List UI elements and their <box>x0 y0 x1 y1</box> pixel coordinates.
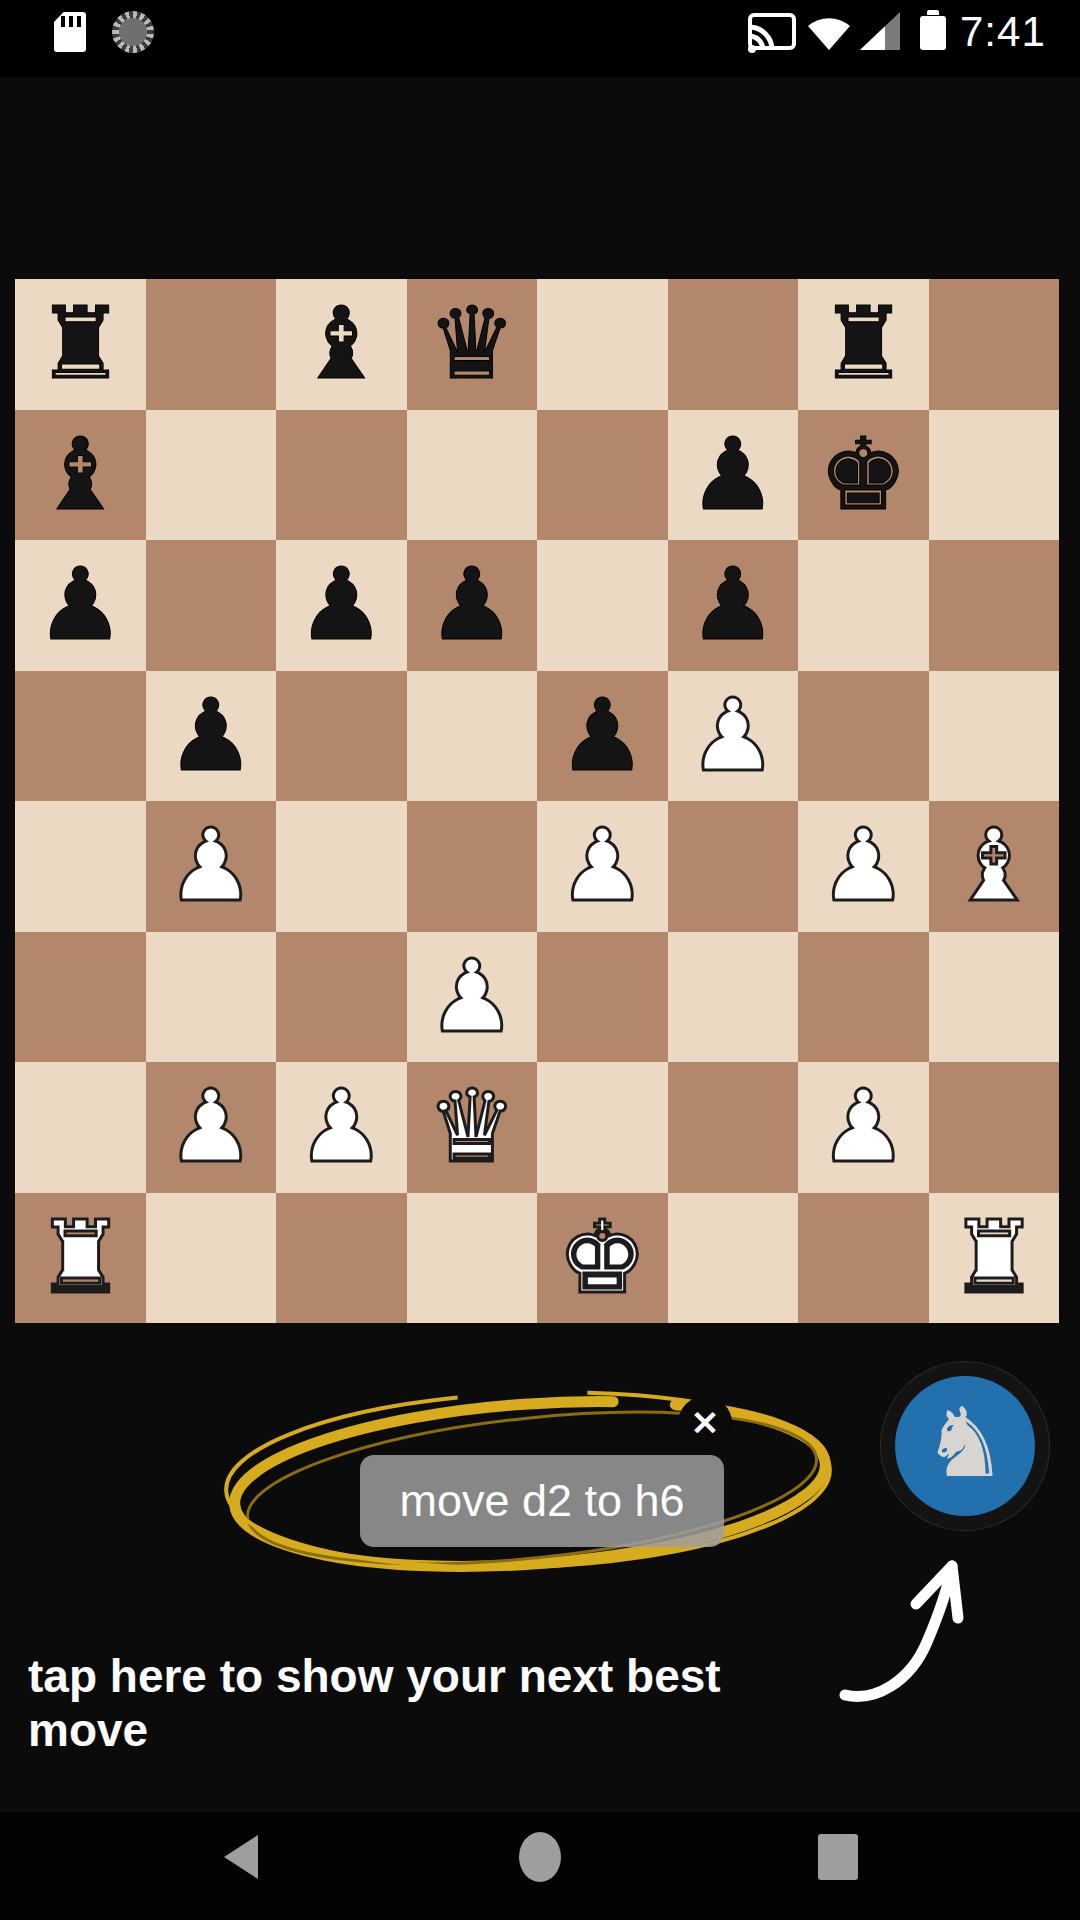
square-b7[interactable] <box>146 410 277 541</box>
black-queen: ♛ <box>427 294 517 394</box>
close-icon: ✕ <box>691 1406 720 1440</box>
white-pawn: ♟ <box>166 816 256 916</box>
square-b3[interactable] <box>146 932 277 1063</box>
square-d8[interactable]: ♛ <box>407 279 538 410</box>
square-f7[interactable]: ♟ <box>668 410 799 541</box>
status-bar: 7:41 <box>0 0 1080 77</box>
status-time: 7:41 <box>960 8 1070 56</box>
black-bishop: ♝ <box>296 294 386 394</box>
square-f5[interactable]: ♟ <box>668 671 799 802</box>
square-e3[interactable] <box>537 932 668 1063</box>
square-h5[interactable] <box>929 671 1060 802</box>
chess-board[interactable]: ♜♝♛♜♝♟♚♟♟♟♟♟♟♟♟♟♟♝♟♟♟♛♟♜♚♜ <box>15 279 1059 1323</box>
square-e5[interactable]: ♟ <box>537 671 668 802</box>
wifi-icon <box>806 14 852 52</box>
white-rook: ♜ <box>35 1208 125 1308</box>
square-b8[interactable] <box>146 279 277 410</box>
square-e4[interactable]: ♟ <box>537 801 668 932</box>
black-pawn: ♟ <box>557 686 647 786</box>
square-f2[interactable] <box>668 1062 799 1193</box>
square-e2[interactable] <box>537 1062 668 1193</box>
square-h1[interactable]: ♜ <box>929 1193 1060 1324</box>
square-g6[interactable] <box>798 540 929 671</box>
square-e1[interactable]: ♚ <box>537 1193 668 1324</box>
sync-spinner-icon <box>112 11 154 53</box>
white-pawn: ♟ <box>557 816 647 916</box>
hint-text: tap here to show your next best move <box>28 1649 848 1757</box>
square-d4[interactable] <box>407 801 538 932</box>
battery-icon <box>920 10 946 50</box>
white-pawn: ♟ <box>166 1077 256 1177</box>
black-pawn: ♟ <box>688 425 778 525</box>
square-d6[interactable]: ♟ <box>407 540 538 671</box>
square-e7[interactable] <box>537 410 668 541</box>
black-pawn: ♟ <box>35 555 125 655</box>
square-b6[interactable] <box>146 540 277 671</box>
move-hint-text: move d2 to h6 <box>399 1475 684 1527</box>
square-h2[interactable] <box>929 1062 1060 1193</box>
square-g4[interactable]: ♟ <box>798 801 929 932</box>
square-h6[interactable] <box>929 540 1060 671</box>
square-h7[interactable] <box>929 410 1060 541</box>
square-d2[interactable]: ♛ <box>407 1062 538 1193</box>
white-pawn: ♟ <box>818 816 908 916</box>
sd-card-icon <box>54 12 86 52</box>
square-c2[interactable]: ♟ <box>276 1062 407 1193</box>
square-a1[interactable]: ♜ <box>15 1193 146 1324</box>
app-background: ♜♝♛♜♝♟♚♟♟♟♟♟♟♟♟♟♟♝♟♟♟♛♟♜♚♜ move d2 to h6… <box>0 77 1080 1812</box>
square-c5[interactable] <box>276 671 407 802</box>
square-a5[interactable] <box>15 671 146 802</box>
move-hint-tooltip: move d2 to h6 <box>360 1455 724 1547</box>
square-e6[interactable] <box>537 540 668 671</box>
square-f1[interactable] <box>668 1193 799 1324</box>
square-a7[interactable]: ♝ <box>15 410 146 541</box>
square-d7[interactable] <box>407 410 538 541</box>
navigation-bar <box>0 1812 1080 1920</box>
square-g1[interactable] <box>798 1193 929 1324</box>
close-button[interactable]: ✕ <box>678 1396 732 1450</box>
cellular-signal-icon <box>860 12 900 50</box>
best-move-button[interactable]: ♞ <box>895 1376 1035 1516</box>
square-a2[interactable] <box>15 1062 146 1193</box>
white-rook: ♜ <box>949 1208 1039 1308</box>
square-a8[interactable]: ♜ <box>15 279 146 410</box>
square-g7[interactable]: ♚ <box>798 410 929 541</box>
black-pawn: ♟ <box>688 555 778 655</box>
square-g3[interactable] <box>798 932 929 1063</box>
square-h8[interactable] <box>929 279 1060 410</box>
black-pawn: ♟ <box>166 686 256 786</box>
white-pawn: ♟ <box>296 1077 386 1177</box>
black-pawn: ♟ <box>296 555 386 655</box>
home-icon[interactable] <box>519 1832 561 1882</box>
recents-icon[interactable] <box>818 1834 858 1880</box>
black-rook: ♜ <box>818 294 908 394</box>
white-bishop: ♝ <box>949 816 1039 916</box>
square-f3[interactable] <box>668 932 799 1063</box>
square-c3[interactable] <box>276 932 407 1063</box>
square-e8[interactable] <box>537 279 668 410</box>
knight-icon: ♞ <box>922 1395 1008 1491</box>
square-f6[interactable]: ♟ <box>668 540 799 671</box>
back-icon[interactable] <box>224 1835 258 1879</box>
square-c8[interactable]: ♝ <box>276 279 407 410</box>
square-d5[interactable] <box>407 671 538 802</box>
square-g2[interactable]: ♟ <box>798 1062 929 1193</box>
square-d3[interactable]: ♟ <box>407 932 538 1063</box>
square-c7[interactable] <box>276 410 407 541</box>
white-queen: ♛ <box>427 1077 517 1177</box>
square-c6[interactable]: ♟ <box>276 540 407 671</box>
black-bishop: ♝ <box>35 425 125 525</box>
square-d1[interactable] <box>407 1193 538 1324</box>
white-pawn: ♟ <box>818 1077 908 1177</box>
square-f4[interactable] <box>668 801 799 932</box>
black-rook: ♜ <box>35 294 125 394</box>
square-h3[interactable] <box>929 932 1060 1063</box>
square-f8[interactable] <box>668 279 799 410</box>
square-b1[interactable] <box>146 1193 277 1324</box>
white-pawn: ♟ <box>688 686 778 786</box>
square-b2[interactable]: ♟ <box>146 1062 277 1193</box>
square-b5[interactable]: ♟ <box>146 671 277 802</box>
square-a6[interactable]: ♟ <box>15 540 146 671</box>
cast-icon <box>748 13 796 55</box>
white-king: ♚ <box>557 1208 647 1308</box>
square-g5[interactable] <box>798 671 929 802</box>
square-b4[interactable]: ♟ <box>146 801 277 932</box>
square-c1[interactable] <box>276 1193 407 1324</box>
black-king: ♚ <box>818 425 908 525</box>
white-pawn: ♟ <box>427 947 517 1047</box>
square-a4[interactable] <box>15 801 146 932</box>
square-c4[interactable] <box>276 801 407 932</box>
square-h4[interactable]: ♝ <box>929 801 1060 932</box>
square-a3[interactable] <box>15 932 146 1063</box>
square-g8[interactable]: ♜ <box>798 279 929 410</box>
black-pawn: ♟ <box>427 555 517 655</box>
